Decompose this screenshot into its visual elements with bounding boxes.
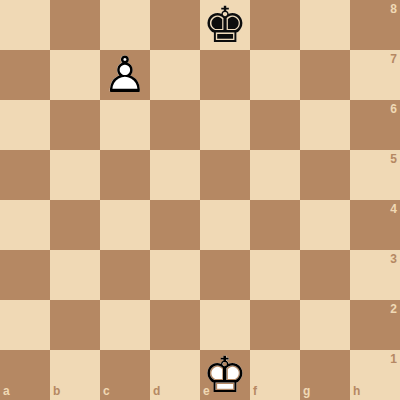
square-e2[interactable]: [200, 300, 250, 350]
square-f5[interactable]: [250, 150, 300, 200]
square-f1[interactable]: f: [250, 350, 300, 400]
file-label-g: g: [303, 385, 310, 397]
file-label-c: c: [103, 385, 110, 397]
square-e6[interactable]: [200, 100, 250, 150]
white-king-glyph: ♚: [200, 350, 250, 400]
rank-label-3: 3: [390, 253, 397, 265]
square-h8[interactable]: 8: [350, 0, 400, 50]
square-g8[interactable]: [300, 0, 350, 50]
square-a7[interactable]: [0, 50, 50, 100]
black-king-glyph: ♚: [200, 0, 250, 50]
square-d5[interactable]: [150, 150, 200, 200]
square-b7[interactable]: [50, 50, 100, 100]
square-b6[interactable]: [50, 100, 100, 150]
square-h2[interactable]: 2: [350, 300, 400, 350]
square-d2[interactable]: [150, 300, 200, 350]
white-pawn-outline-glyph: ♙: [100, 50, 150, 100]
chess-board: ♚8♟♙765432abcde♚♔fg1h: [0, 0, 400, 400]
square-h4[interactable]: 4: [350, 200, 400, 250]
square-c7[interactable]: ♟♙: [100, 50, 150, 100]
file-label-b: b: [53, 385, 60, 397]
white-king-outline-glyph: ♔: [200, 350, 250, 400]
square-c3[interactable]: [100, 250, 150, 300]
square-b4[interactable]: [50, 200, 100, 250]
square-b1[interactable]: b: [50, 350, 100, 400]
square-a4[interactable]: [0, 200, 50, 250]
square-g4[interactable]: [300, 200, 350, 250]
square-d7[interactable]: [150, 50, 200, 100]
square-a6[interactable]: [0, 100, 50, 150]
square-e1[interactable]: e♚♔: [200, 350, 250, 400]
square-g6[interactable]: [300, 100, 350, 150]
square-g7[interactable]: [300, 50, 350, 100]
rank-label-8: 8: [390, 3, 397, 15]
square-d8[interactable]: [150, 0, 200, 50]
square-e4[interactable]: [200, 200, 250, 250]
file-label-f: f: [253, 385, 257, 397]
file-label-d: d: [153, 385, 160, 397]
square-f8[interactable]: [250, 0, 300, 50]
square-h1[interactable]: 1h: [350, 350, 400, 400]
square-g3[interactable]: [300, 250, 350, 300]
file-label-a: a: [3, 385, 10, 397]
square-d1[interactable]: d: [150, 350, 200, 400]
square-d6[interactable]: [150, 100, 200, 150]
square-e7[interactable]: [200, 50, 250, 100]
square-g5[interactable]: [300, 150, 350, 200]
square-c5[interactable]: [100, 150, 150, 200]
square-f3[interactable]: [250, 250, 300, 300]
square-c6[interactable]: [100, 100, 150, 150]
square-h7[interactable]: 7: [350, 50, 400, 100]
square-a2[interactable]: [0, 300, 50, 350]
square-f7[interactable]: [250, 50, 300, 100]
file-label-e: e: [203, 385, 210, 397]
piece-black-king-e8: ♚: [200, 0, 250, 50]
square-e8[interactable]: ♚: [200, 0, 250, 50]
square-f2[interactable]: [250, 300, 300, 350]
square-g2[interactable]: [300, 300, 350, 350]
square-h3[interactable]: 3: [350, 250, 400, 300]
square-c4[interactable]: [100, 200, 150, 250]
square-a1[interactable]: a: [0, 350, 50, 400]
square-c1[interactable]: c: [100, 350, 150, 400]
rank-label-6: 6: [390, 103, 397, 115]
square-c8[interactable]: [100, 0, 150, 50]
square-e3[interactable]: [200, 250, 250, 300]
square-c2[interactable]: [100, 300, 150, 350]
square-a8[interactable]: [0, 0, 50, 50]
square-d3[interactable]: [150, 250, 200, 300]
square-a5[interactable]: [0, 150, 50, 200]
rank-label-7: 7: [390, 53, 397, 65]
white-pawn-glyph: ♟: [100, 50, 150, 100]
square-f6[interactable]: [250, 100, 300, 150]
piece-white-king-e1: ♚♔: [200, 350, 250, 400]
square-g1[interactable]: g: [300, 350, 350, 400]
square-h6[interactable]: 6: [350, 100, 400, 150]
square-b3[interactable]: [50, 250, 100, 300]
file-label-h: h: [353, 385, 360, 397]
rank-label-2: 2: [390, 303, 397, 315]
square-e5[interactable]: [200, 150, 250, 200]
rank-label-4: 4: [390, 203, 397, 215]
piece-white-pawn-c7: ♟♙: [100, 50, 150, 100]
square-b2[interactable]: [50, 300, 100, 350]
square-h5[interactable]: 5: [350, 150, 400, 200]
square-f4[interactable]: [250, 200, 300, 250]
rank-label-1: 1: [390, 353, 397, 365]
square-b5[interactable]: [50, 150, 100, 200]
square-d4[interactable]: [150, 200, 200, 250]
square-b8[interactable]: [50, 0, 100, 50]
rank-label-5: 5: [390, 153, 397, 165]
square-a3[interactable]: [0, 250, 50, 300]
